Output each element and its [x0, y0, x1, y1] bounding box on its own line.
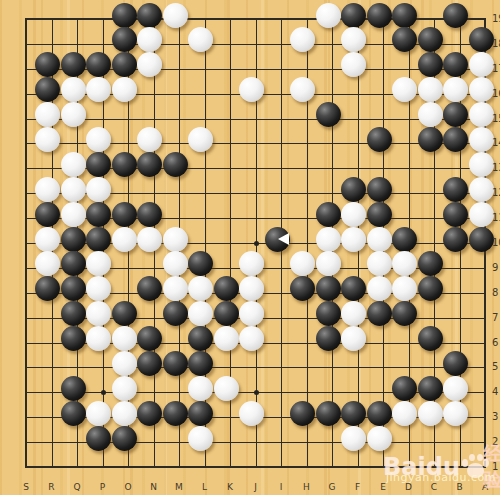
white-stone — [214, 376, 239, 401]
white-stone — [163, 251, 188, 276]
grid-line-horizontal — [25, 119, 486, 120]
column-label: D — [402, 482, 416, 492]
white-stone — [341, 27, 366, 52]
black-stone — [290, 276, 315, 301]
black-stone — [137, 202, 162, 227]
column-label: B — [453, 482, 467, 492]
white-stone — [392, 276, 417, 301]
black-stone — [163, 301, 188, 326]
column-label: M — [172, 482, 186, 492]
black-stone — [188, 401, 213, 426]
row-label: 13 — [492, 162, 500, 173]
black-stone — [137, 3, 162, 28]
black-stone — [188, 326, 213, 351]
white-stone — [469, 152, 494, 177]
black-stone — [367, 3, 392, 28]
grid-line-horizontal — [25, 18, 486, 20]
grid-line-horizontal — [25, 367, 486, 368]
white-stone — [443, 401, 468, 426]
white-stone — [239, 77, 264, 102]
white-stone — [239, 276, 264, 301]
black-stone — [316, 276, 341, 301]
white-stone — [239, 326, 264, 351]
black-stone — [137, 401, 162, 426]
white-stone — [418, 102, 443, 127]
black-stone — [392, 301, 417, 326]
column-label: G — [325, 482, 339, 492]
black-stone — [112, 3, 137, 28]
black-stone — [341, 276, 366, 301]
black-stone — [112, 152, 137, 177]
hoshi-point — [254, 241, 259, 246]
white-stone — [112, 401, 137, 426]
white-stone — [35, 177, 60, 202]
white-stone — [341, 426, 366, 451]
black-stone — [86, 227, 111, 252]
black-stone — [61, 301, 86, 326]
row-label: 6 — [492, 337, 498, 348]
white-stone — [290, 77, 315, 102]
white-stone — [163, 227, 188, 252]
white-stone — [469, 102, 494, 127]
white-stone — [239, 301, 264, 326]
black-stone — [443, 3, 468, 28]
black-stone — [86, 52, 111, 77]
black-stone — [112, 202, 137, 227]
white-stone — [35, 102, 60, 127]
black-stone — [418, 52, 443, 77]
white-stone — [469, 202, 494, 227]
black-stone — [112, 301, 137, 326]
row-label: 2 — [492, 436, 498, 447]
black-stone — [214, 276, 239, 301]
white-stone — [418, 77, 443, 102]
black-stone — [443, 202, 468, 227]
column-label: N — [147, 482, 161, 492]
black-stone — [265, 227, 290, 252]
white-stone — [188, 301, 213, 326]
black-stone — [86, 152, 111, 177]
white-stone — [86, 177, 111, 202]
white-stone — [86, 276, 111, 301]
black-stone — [469, 227, 494, 252]
white-stone — [367, 251, 392, 276]
row-label: 19 — [492, 13, 500, 24]
black-stone — [214, 301, 239, 326]
grid-line-horizontal — [25, 44, 486, 45]
column-label: O — [121, 482, 135, 492]
black-stone — [137, 326, 162, 351]
black-stone — [163, 152, 188, 177]
column-label: Q — [70, 482, 84, 492]
black-stone — [418, 376, 443, 401]
black-stone — [188, 251, 213, 276]
black-stone — [35, 77, 60, 102]
grid-line-horizontal — [25, 466, 486, 468]
black-stone — [35, 52, 60, 77]
hoshi-point — [254, 390, 259, 395]
black-stone — [316, 326, 341, 351]
black-stone — [392, 3, 417, 28]
white-stone — [214, 326, 239, 351]
white-stone — [112, 326, 137, 351]
column-label: E — [376, 482, 390, 492]
white-stone — [35, 127, 60, 152]
black-stone — [61, 251, 86, 276]
white-stone — [86, 251, 111, 276]
column-label: J — [249, 482, 263, 492]
white-stone — [392, 77, 417, 102]
white-stone — [137, 227, 162, 252]
black-stone — [61, 227, 86, 252]
black-stone — [418, 127, 443, 152]
black-stone — [418, 276, 443, 301]
white-stone — [86, 127, 111, 152]
white-stone — [316, 251, 341, 276]
white-stone — [137, 52, 162, 77]
white-stone — [341, 202, 366, 227]
row-label: 11 — [492, 212, 500, 223]
black-stone — [443, 102, 468, 127]
black-stone — [316, 202, 341, 227]
white-stone — [239, 251, 264, 276]
row-label: 12 — [492, 187, 500, 198]
white-stone — [418, 401, 443, 426]
black-stone — [188, 351, 213, 376]
white-stone — [112, 227, 137, 252]
black-stone — [341, 401, 366, 426]
black-stone — [112, 27, 137, 52]
white-stone — [469, 52, 494, 77]
black-stone — [35, 276, 60, 301]
column-label: R — [45, 482, 59, 492]
black-stone — [341, 3, 366, 28]
column-label: A — [478, 482, 492, 492]
white-stone — [316, 227, 341, 252]
black-stone — [367, 401, 392, 426]
column-label: F — [351, 482, 365, 492]
black-stone — [137, 276, 162, 301]
column-label: H — [300, 482, 314, 492]
black-stone — [392, 27, 417, 52]
last-move-triangle-marker — [278, 233, 289, 245]
white-stone — [163, 276, 188, 301]
row-label: 17 — [492, 63, 500, 74]
black-stone — [443, 52, 468, 77]
black-stone — [61, 326, 86, 351]
white-stone — [188, 127, 213, 152]
black-stone — [61, 376, 86, 401]
black-stone — [163, 401, 188, 426]
black-stone — [61, 401, 86, 426]
white-stone — [443, 376, 468, 401]
white-stone — [469, 177, 494, 202]
black-stone — [35, 202, 60, 227]
white-stone — [239, 401, 264, 426]
column-label: S — [19, 482, 33, 492]
row-label: 9 — [492, 262, 498, 273]
black-stone — [469, 27, 494, 52]
black-stone — [316, 102, 341, 127]
white-stone — [469, 127, 494, 152]
black-stone — [418, 251, 443, 276]
row-label: 7 — [492, 312, 498, 323]
black-stone — [86, 426, 111, 451]
column-label: P — [96, 482, 110, 492]
white-stone — [188, 376, 213, 401]
black-stone — [443, 351, 468, 376]
black-stone — [163, 351, 188, 376]
black-stone — [137, 351, 162, 376]
column-label: C — [427, 482, 441, 492]
row-label: 4 — [492, 386, 498, 397]
black-stone — [112, 52, 137, 77]
white-stone — [137, 127, 162, 152]
black-stone — [316, 301, 341, 326]
white-stone — [392, 401, 417, 426]
black-stone — [316, 401, 341, 426]
row-label: 16 — [492, 88, 500, 99]
white-stone — [35, 227, 60, 252]
white-stone — [341, 326, 366, 351]
black-stone — [443, 177, 468, 202]
white-stone — [341, 227, 366, 252]
white-stone — [443, 77, 468, 102]
white-stone — [137, 27, 162, 52]
black-stone — [61, 52, 86, 77]
black-stone — [367, 202, 392, 227]
white-stone — [367, 276, 392, 301]
row-label: 15 — [492, 113, 500, 124]
white-stone — [61, 102, 86, 127]
row-label: 5 — [492, 361, 498, 372]
white-stone — [188, 27, 213, 52]
white-stone — [469, 77, 494, 102]
row-label: 3 — [492, 411, 498, 422]
white-stone — [86, 77, 111, 102]
black-stone — [392, 376, 417, 401]
white-stone — [112, 77, 137, 102]
row-label: 1 — [492, 461, 498, 472]
hoshi-point — [101, 390, 106, 395]
white-stone — [341, 52, 366, 77]
white-stone — [86, 326, 111, 351]
white-stone — [61, 152, 86, 177]
white-stone — [188, 426, 213, 451]
white-stone — [86, 401, 111, 426]
white-stone — [392, 251, 417, 276]
row-label: 14 — [492, 137, 500, 148]
white-stone — [35, 251, 60, 276]
black-stone — [443, 127, 468, 152]
white-stone — [86, 301, 111, 326]
black-stone — [367, 301, 392, 326]
white-stone — [61, 202, 86, 227]
black-stone — [367, 177, 392, 202]
black-stone — [341, 177, 366, 202]
white-stone — [367, 227, 392, 252]
black-stone — [290, 401, 315, 426]
black-stone — [443, 227, 468, 252]
column-label: I — [274, 482, 288, 492]
white-stone — [163, 3, 188, 28]
black-stone — [86, 202, 111, 227]
white-stone — [61, 177, 86, 202]
row-label: 18 — [492, 38, 500, 49]
row-label: 10 — [492, 237, 500, 248]
black-stone — [418, 27, 443, 52]
white-stone — [290, 27, 315, 52]
black-stone — [418, 326, 443, 351]
column-label: K — [223, 482, 237, 492]
white-stone — [61, 77, 86, 102]
black-stone — [367, 127, 392, 152]
black-stone — [137, 152, 162, 177]
white-stone — [290, 251, 315, 276]
white-stone — [316, 3, 341, 28]
row-label: 8 — [492, 287, 498, 298]
white-stone — [112, 376, 137, 401]
black-stone — [61, 276, 86, 301]
go-board-screenshot: SRQPONMLKJIHGFEDCBA191817161514131211109… — [0, 0, 500, 495]
white-stone — [188, 276, 213, 301]
black-stone — [392, 227, 417, 252]
white-stone — [367, 426, 392, 451]
white-stone — [341, 301, 366, 326]
black-stone — [112, 426, 137, 451]
white-stone — [112, 351, 137, 376]
column-label: L — [198, 482, 212, 492]
